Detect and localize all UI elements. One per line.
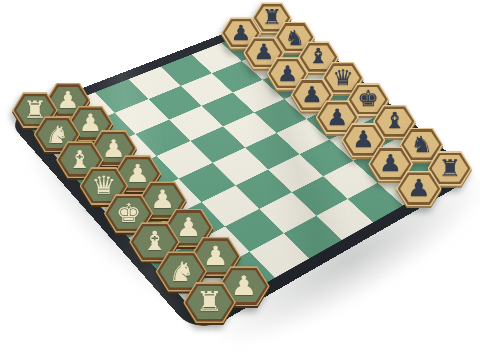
black-pawn-icon: ♟ — [407, 177, 431, 201]
white-rook-icon: ♜ — [196, 289, 223, 316]
patch-face: ♟ — [400, 175, 438, 203]
black-rook-icon: ♜ — [438, 157, 461, 180]
pieces-layer: ♜♞♝♛♚♝♞♜♟♟♟♟♟♟♟♟♟♟♟♟♟♟♟♟♜♞♝♛♚♝♞♜ — [0, 0, 480, 360]
patch-rim: ♜ — [185, 284, 235, 322]
patch-edge: ♜ — [183, 282, 236, 323]
piece-black-pawn-h7[interactable]: ♟ — [396, 171, 442, 207]
white-knight-icon: ♞ — [168, 258, 195, 285]
patch-face: ♜ — [187, 286, 232, 319]
patch-edge: ♟ — [396, 171, 442, 207]
product-photo: ♜♞♝♛♚♝♞♜♟♟♟♟♟♟♟♟♟♟♟♟♟♟♟♟♜♞♝♛♚♝♞♜ — [0, 0, 480, 360]
piece-white-rook-h1[interactable]: ♜ — [183, 282, 236, 323]
patch-rim: ♟ — [398, 172, 441, 205]
